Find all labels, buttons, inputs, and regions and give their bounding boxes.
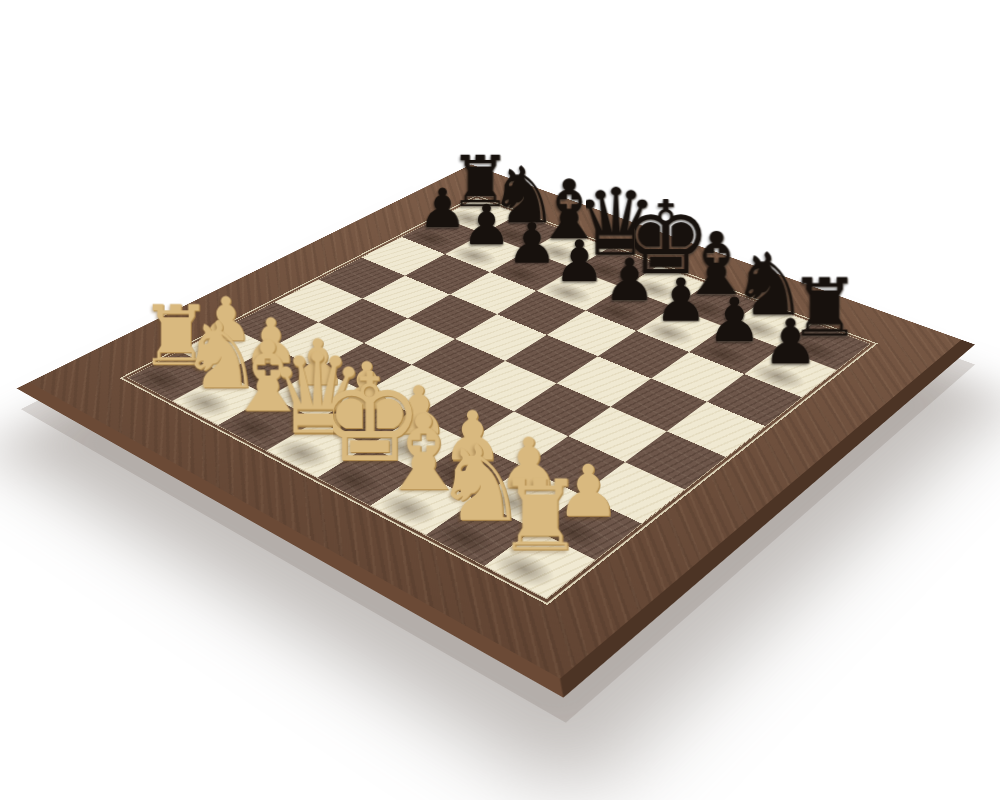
pinstripe-inner: ♜♞♝♛♚♝♞♜♟♟♟♟♟♟♟♟♟♟♟♟♟♟♟♟♜♞♝♛♚♝♞♜	[127, 198, 871, 600]
board-scene: ♜♞♝♛♚♝♞♜♟♟♟♟♟♟♟♟♟♟♟♟♟♟♟♟♜♞♝♛♚♝♞♜	[0, 0, 1000, 800]
chess-board: ♜♞♝♛♚♝♞♜♟♟♟♟♟♟♟♟♟♟♟♟♟♟♟♟♜♞♝♛♚♝♞♜	[17, 164, 975, 697]
pinstripe-outer: ♜♞♝♛♚♝♞♜♟♟♟♟♟♟♟♟♟♟♟♟♟♟♟♟♜♞♝♛♚♝♞♜	[120, 195, 878, 605]
board-squares: ♜♞♝♛♚♝♞♜♟♟♟♟♟♟♟♟♟♟♟♟♟♟♟♟♜♞♝♛♚♝♞♜	[128, 198, 869, 598]
piece-black-pawn[interactable]: ♟	[757, 239, 823, 372]
square-h7[interactable]: ♟	[744, 348, 836, 397]
product-photo-stage: ♜♞♝♛♚♝♞♜♟♟♟♟♟♟♟♟♟♟♟♟♟♟♟♟♜♞♝♛♚♝♞♜	[0, 0, 1000, 800]
piece-white-rook[interactable]: ♜	[501, 405, 580, 562]
square-h1[interactable]: ♜	[484, 529, 595, 598]
